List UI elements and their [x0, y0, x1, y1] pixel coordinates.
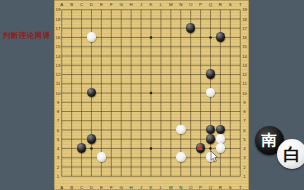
stone-white-D16[interactable]: [87, 32, 97, 42]
svg-text:J: J: [140, 2, 142, 7]
svg-text:J: J: [140, 185, 142, 190]
svg-text:9: 9: [57, 100, 60, 105]
svg-text:10: 10: [56, 91, 61, 96]
svg-text:18: 18: [56, 17, 61, 22]
svg-text:H: H: [130, 2, 133, 7]
svg-text:Q: Q: [209, 2, 213, 7]
svg-text:10: 10: [242, 91, 247, 96]
svg-text:17: 17: [242, 26, 247, 31]
stone-black-D5[interactable]: [87, 134, 97, 144]
svg-text:12: 12: [242, 72, 247, 77]
svg-text:7: 7: [243, 118, 246, 123]
last-move-triangle-marker: [197, 145, 203, 150]
svg-text:G: G: [120, 2, 124, 7]
stone-white-N6[interactable]: [176, 125, 186, 135]
stone-black-C4[interactable]: [77, 143, 87, 153]
svg-text:S: S: [229, 2, 232, 7]
svg-text:D: D: [90, 185, 93, 190]
svg-text:19: 19: [56, 7, 61, 12]
svg-text:P: P: [199, 185, 202, 190]
svg-text:14: 14: [242, 54, 247, 59]
logo-white-stone: 白: [277, 139, 304, 169]
svg-text:4: 4: [57, 146, 60, 151]
stone-white-N3[interactable]: [176, 152, 186, 162]
mouse-cursor-icon: [210, 151, 220, 163]
svg-text:15: 15: [56, 44, 61, 49]
svg-text:4: 4: [243, 146, 246, 151]
stone-black-P4[interactable]: [196, 143, 206, 153]
svg-text:12: 12: [56, 72, 61, 77]
stone-black-O17[interactable]: [186, 23, 196, 33]
svg-text:K: K: [150, 2, 153, 7]
stone-black-Q5[interactable]: [206, 134, 216, 144]
svg-text:1: 1: [243, 174, 246, 179]
video-frame: 判断理论网课 AABBCCDDEEFFGGHHJJKKLLMMNNOOPPQQR…: [0, 0, 304, 190]
stone-white-R5[interactable]: [216, 134, 226, 144]
svg-text:6: 6: [243, 128, 246, 133]
svg-text:16: 16: [56, 35, 61, 40]
svg-text:E: E: [100, 185, 103, 190]
svg-text:9: 9: [243, 100, 246, 105]
svg-text:K: K: [150, 185, 153, 190]
svg-text:N: N: [179, 185, 182, 190]
svg-text:B: B: [70, 2, 73, 7]
svg-text:S: S: [229, 185, 232, 190]
svg-text:F: F: [110, 185, 113, 190]
svg-text:D: D: [90, 2, 93, 7]
svg-text:17: 17: [56, 26, 61, 31]
svg-text:A: A: [60, 185, 63, 190]
svg-text:13: 13: [56, 63, 61, 68]
svg-text:L: L: [160, 2, 163, 7]
svg-text:P: P: [199, 2, 202, 7]
svg-text:15: 15: [242, 44, 247, 49]
svg-text:11: 11: [242, 81, 247, 86]
svg-text:2: 2: [243, 165, 246, 170]
svg-text:F: F: [110, 2, 113, 7]
svg-text:2: 2: [57, 165, 60, 170]
svg-text:8: 8: [57, 109, 60, 114]
svg-text:5: 5: [243, 137, 246, 142]
watermark-text: 判断理论网课: [3, 31, 51, 41]
svg-text:Q: Q: [209, 185, 213, 190]
svg-text:T: T: [239, 2, 242, 7]
svg-text:16: 16: [242, 35, 247, 40]
svg-text:O: O: [189, 2, 193, 7]
svg-text:N: N: [179, 2, 182, 7]
svg-text:M: M: [169, 185, 173, 190]
stone-black-R16[interactable]: [216, 32, 226, 42]
logo-black-stone-char: 南: [262, 131, 277, 150]
svg-text:1: 1: [57, 174, 60, 179]
svg-text:3: 3: [57, 155, 60, 160]
svg-text:C: C: [80, 185, 83, 190]
svg-text:13: 13: [242, 63, 247, 68]
svg-text:5: 5: [57, 137, 60, 142]
svg-text:11: 11: [56, 81, 61, 86]
svg-text:8: 8: [243, 109, 246, 114]
svg-text:19: 19: [242, 7, 247, 12]
svg-text:A: A: [60, 2, 63, 7]
svg-text:L: L: [160, 185, 163, 190]
svg-text:18: 18: [242, 17, 247, 22]
svg-text:6: 6: [57, 128, 60, 133]
svg-text:14: 14: [56, 54, 61, 59]
svg-text:H: H: [130, 185, 133, 190]
stone-white-E3[interactable]: [97, 152, 107, 162]
svg-text:O: O: [189, 185, 193, 190]
svg-text:T: T: [239, 185, 242, 190]
svg-text:C: C: [80, 2, 83, 7]
svg-text:3: 3: [243, 155, 246, 160]
svg-text:M: M: [169, 2, 173, 7]
logo-white-stone-char: 白: [284, 143, 301, 166]
svg-text:R: R: [219, 185, 222, 190]
svg-text:E: E: [100, 2, 103, 7]
svg-text:R: R: [219, 2, 222, 7]
stone-black-Q12[interactable]: [206, 69, 216, 79]
svg-text:7: 7: [57, 118, 60, 123]
svg-text:B: B: [70, 185, 73, 190]
svg-text:G: G: [120, 185, 124, 190]
